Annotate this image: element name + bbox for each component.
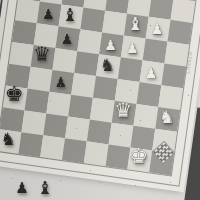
piece-white-knight-h3: ♞: [159, 109, 174, 126]
piece-black-pawn-c6: ♟: [61, 32, 74, 46]
piece-black-queen-b5: ♛: [33, 44, 51, 64]
piece-white-queen-f3: ♛: [114, 100, 132, 120]
captured-piece-black-bishop: ♝: [37, 179, 53, 197]
square-e2: [87, 120, 112, 145]
square-d5: [74, 51, 99, 76]
piece-white-king-g1: ♚: [129, 146, 148, 167]
piece-black-knight-a1: ♞: [0, 131, 15, 148]
square-b1: [18, 132, 43, 157]
square-c5: [52, 48, 77, 73]
square-a2: [0, 107, 25, 132]
square-e7: [102, 11, 127, 36]
square-c2: [43, 113, 68, 138]
square-f1: [106, 144, 131, 169]
square-a6: [12, 20, 37, 45]
piece-white-pawn-g5: ♟: [145, 66, 158, 80]
square-d1: [62, 138, 87, 163]
piece-black-pawn-b7: ♟: [42, 7, 55, 21]
square-f5: [118, 57, 143, 82]
square-g6: [143, 39, 168, 64]
square-g4: [137, 82, 162, 107]
square-e4: [93, 76, 118, 101]
square-e1: [84, 141, 109, 166]
piece-black-knight-e5: ♞: [100, 57, 115, 74]
square-h4: [158, 85, 183, 110]
square-h5: [161, 63, 186, 88]
square-d3: [68, 95, 93, 120]
chess-board: ♟♝♟♛♞♟♚♞♝♟♟♟♟♛♞♚ Chess®: [0, 0, 200, 187]
piece-white-pawn-g7: ♟: [151, 22, 164, 36]
square-d2: [65, 117, 90, 142]
square-h7: [167, 20, 192, 45]
square-c3: [46, 92, 71, 117]
square-a5: [9, 42, 34, 67]
square-d4: [71, 73, 96, 98]
chessboard-photo-scene: ♟♝♟♛♞♟♚♞♝♟♟♟♟♛♞♚ Chess® ♟♝: [0, 0, 200, 200]
square-d6: [77, 29, 102, 54]
piece-black-bishop-c7: ♝: [62, 6, 78, 24]
captured-piece-black-pawn: ♟: [15, 181, 28, 196]
square-d7: [80, 8, 105, 33]
square-b2: [21, 110, 46, 135]
square-e3: [90, 98, 115, 123]
square-b3: [25, 89, 50, 114]
piece-black-king-a3: ♚: [5, 84, 24, 105]
square-b4: [28, 67, 53, 92]
piece-white-bishop-f7: ♝: [127, 15, 143, 33]
piece-white-pawn-e6: ♟: [104, 38, 117, 52]
piece-white-pawn-f6: ♟: [126, 41, 139, 55]
square-c1: [40, 135, 65, 160]
piece-black-pawn-c4: ♟: [55, 75, 68, 89]
square-g3: [133, 104, 158, 129]
